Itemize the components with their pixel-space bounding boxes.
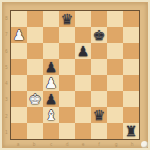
square-c3[interactable]: ♟: [43, 91, 59, 107]
square-d2[interactable]: [59, 107, 75, 123]
square-e4[interactable]: [75, 75, 91, 91]
square-c1[interactable]: [43, 123, 59, 139]
square-g8[interactable]: [107, 11, 123, 27]
square-b5[interactable]: [27, 59, 43, 75]
file-label-e: e: [79, 143, 88, 147]
square-h3[interactable]: [123, 91, 139, 107]
square-h6[interactable]: [123, 43, 139, 59]
square-f4[interactable]: [91, 75, 107, 91]
square-e7[interactable]: [75, 27, 91, 43]
square-e2[interactable]: [75, 107, 91, 123]
black-queen-piece: ♛: [93, 108, 106, 122]
square-c5[interactable]: ♟: [43, 59, 59, 75]
rank-label-8: 8: [5, 14, 9, 23]
file-label-g: g: [111, 143, 120, 147]
rank-label-1: 1: [5, 127, 9, 136]
file-label-a: a: [14, 143, 23, 147]
square-d3[interactable]: [59, 91, 75, 107]
square-e6[interactable]: ♟: [75, 43, 91, 59]
square-f8[interactable]: [91, 11, 107, 27]
square-g4[interactable]: [107, 75, 123, 91]
white-bishop-piece: ♝: [45, 108, 58, 122]
square-a3[interactable]: [11, 91, 27, 107]
file-label-c: c: [46, 143, 55, 147]
square-c2[interactable]: ♝: [43, 107, 59, 123]
file-labels: abcdefgh: [10, 141, 140, 148]
square-b2[interactable]: [27, 107, 43, 123]
square-a7[interactable]: ♟: [11, 27, 27, 43]
white-pawn-piece: ♟: [45, 76, 58, 90]
square-h1[interactable]: ♜: [123, 123, 139, 139]
square-h8[interactable]: [123, 11, 139, 27]
black-pawn-piece: ♟: [77, 44, 90, 58]
rank-label-7: 7: [5, 30, 9, 39]
square-c4[interactable]: ♟: [43, 75, 59, 91]
square-c8[interactable]: [43, 11, 59, 27]
black-rook-piece: ♜: [125, 124, 138, 138]
rank-label-3: 3: [5, 95, 9, 104]
square-g7[interactable]: [107, 27, 123, 43]
rank-label-2: 2: [5, 111, 9, 120]
square-g5[interactable]: [107, 59, 123, 75]
square-h4[interactable]: [123, 75, 139, 91]
square-b7[interactable]: [27, 27, 43, 43]
file-label-b: b: [30, 143, 39, 147]
square-f6[interactable]: [91, 43, 107, 59]
square-e1[interactable]: [75, 123, 91, 139]
rank-label-4: 4: [5, 79, 9, 88]
square-a4[interactable]: [11, 75, 27, 91]
square-e5[interactable]: [75, 59, 91, 75]
white-king-piece: ♚: [29, 92, 42, 106]
square-h7[interactable]: [123, 27, 139, 43]
square-c6[interactable]: [43, 43, 59, 59]
square-a6[interactable]: [11, 43, 27, 59]
square-h5[interactable]: [123, 59, 139, 75]
square-a5[interactable]: [11, 59, 27, 75]
square-h2[interactable]: [123, 107, 139, 123]
square-e8[interactable]: [75, 11, 91, 27]
square-a2[interactable]: [11, 107, 27, 123]
square-c7[interactable]: [43, 27, 59, 43]
square-f7[interactable]: ♚: [91, 27, 107, 43]
square-g6[interactable]: [107, 43, 123, 59]
square-d8[interactable]: ♛: [59, 11, 75, 27]
square-f3[interactable]: [91, 91, 107, 107]
square-f5[interactable]: [91, 59, 107, 75]
square-b6[interactable]: [27, 43, 43, 59]
frame-corner-dot: [141, 141, 148, 148]
square-e3[interactable]: [75, 91, 91, 107]
black-pawn-piece: ♟: [45, 60, 58, 74]
rank-label-6: 6: [5, 46, 9, 55]
file-label-h: h: [127, 143, 136, 147]
square-g2[interactable]: [107, 107, 123, 123]
square-b3[interactable]: ♚: [27, 91, 43, 107]
square-b1[interactable]: [27, 123, 43, 139]
chess-board: ♛♟♚♟♟♟♚♟♝♛♜: [10, 10, 140, 140]
square-f1[interactable]: [91, 123, 107, 139]
file-label-d: d: [62, 143, 71, 147]
square-d4[interactable]: [59, 75, 75, 91]
white-pawn-piece: ♟: [13, 28, 26, 42]
file-label-f: f: [95, 143, 104, 147]
square-d5[interactable]: [59, 59, 75, 75]
square-d6[interactable]: [59, 43, 75, 59]
square-b4[interactable]: [27, 75, 43, 91]
black-king-piece: ♚: [93, 28, 106, 42]
square-a1[interactable]: [11, 123, 27, 139]
rank-label-5: 5: [5, 62, 9, 71]
square-d7[interactable]: [59, 27, 75, 43]
square-g1[interactable]: [107, 123, 123, 139]
black-pawn-piece: ♟: [45, 92, 58, 106]
rank-labels: 87654321: [3, 10, 10, 140]
square-b8[interactable]: [27, 11, 43, 27]
square-a8[interactable]: [11, 11, 27, 27]
square-f2[interactable]: ♛: [91, 107, 107, 123]
square-g3[interactable]: [107, 91, 123, 107]
square-d1[interactable]: [59, 123, 75, 139]
black-queen-piece: ♛: [61, 12, 74, 26]
